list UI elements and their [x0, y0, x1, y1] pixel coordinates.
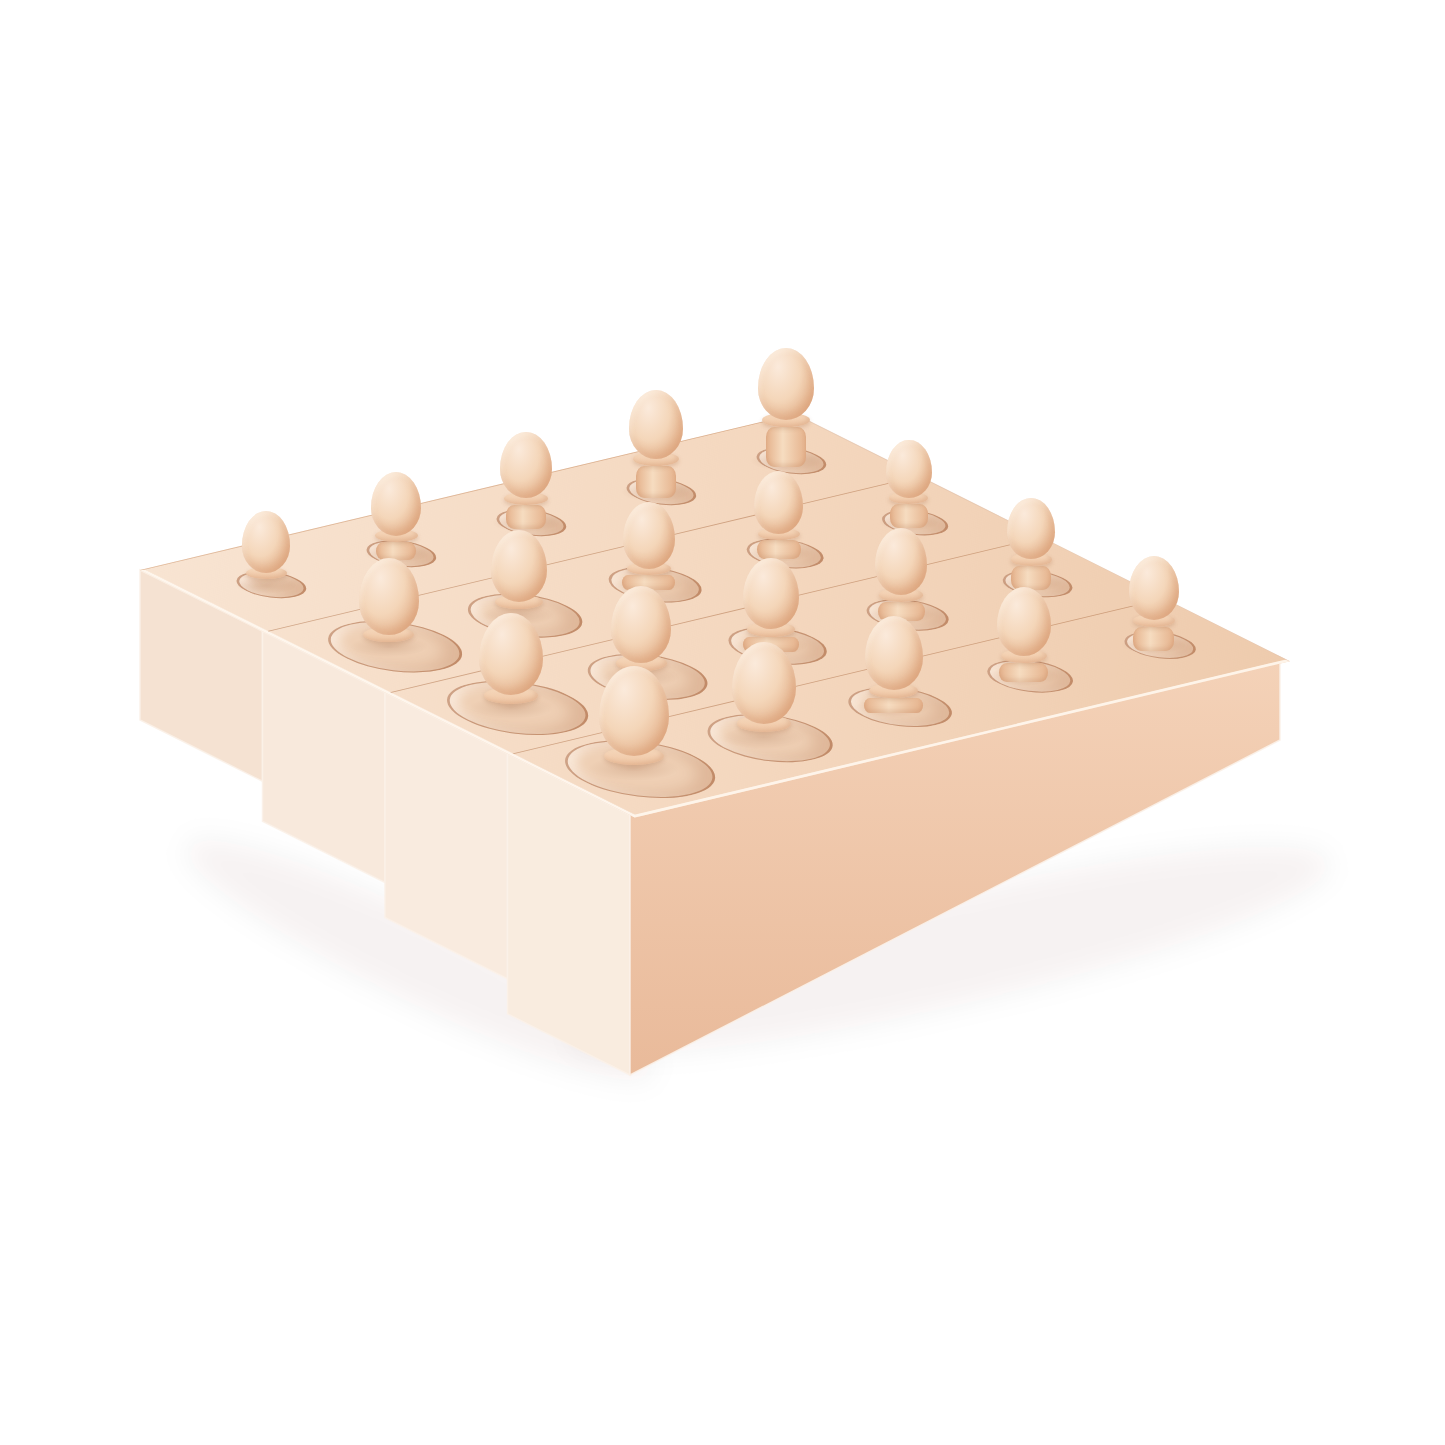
cylinder-body [1011, 566, 1051, 590]
knob-bulb [732, 642, 796, 724]
knob-bulb [997, 587, 1051, 656]
cylinder-body [757, 540, 801, 559]
knob-bulb [865, 616, 923, 690]
cylinder-body [766, 427, 806, 467]
knob-bulb [754, 471, 803, 534]
cylinder-body [376, 542, 416, 560]
cylinder-body [999, 663, 1048, 682]
knob-bulb [758, 348, 814, 420]
product-photo-scene: Wooden Montessori knobbed cylinder block… [0, 0, 1445, 1445]
knob-bulb [1007, 498, 1055, 559]
knob-bulb [1129, 556, 1179, 620]
cylinder-body [506, 505, 546, 529]
knob-bulb [491, 530, 547, 602]
knob-bulb [242, 511, 290, 572]
cylinder-body [864, 698, 923, 713]
knob-bulb [875, 528, 927, 595]
cylinder-body [636, 466, 676, 498]
knob-bulb [359, 558, 419, 635]
cylinder-body [1133, 627, 1174, 651]
cylinder-contact-shadow [235, 577, 297, 594]
knob-bulb [623, 502, 675, 569]
knob-bulb [479, 613, 543, 695]
knob-bulb [599, 666, 669, 756]
knob-bulb [886, 440, 932, 499]
cylinder-body [890, 504, 928, 528]
